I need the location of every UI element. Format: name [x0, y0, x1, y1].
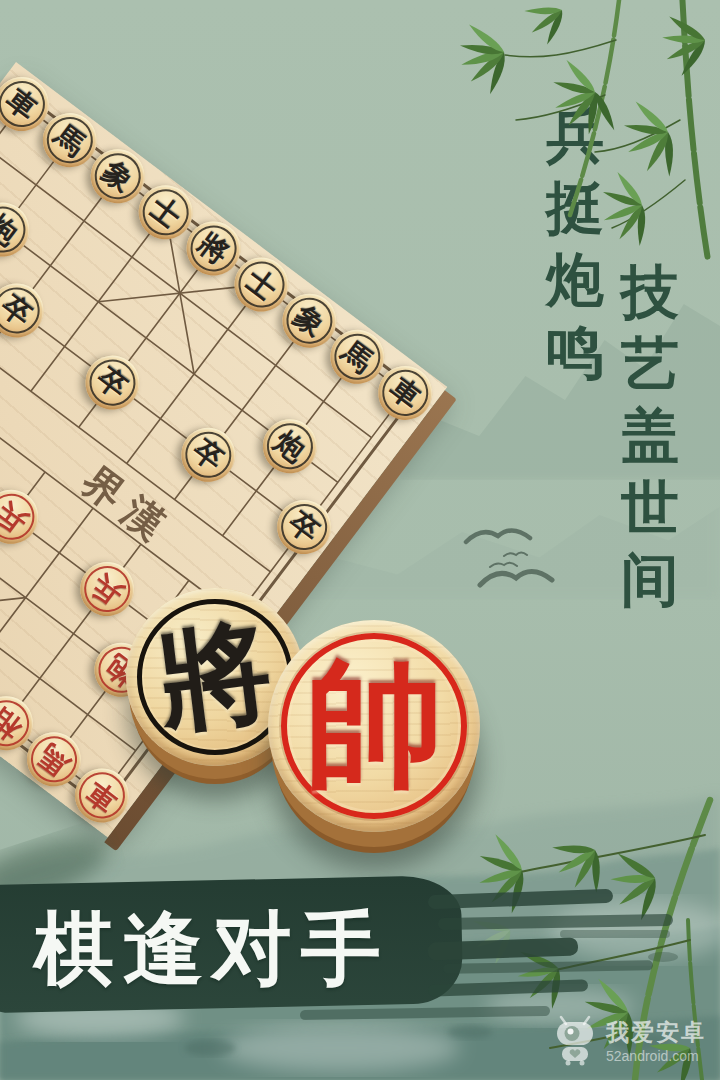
slogan-char: 艺 [621, 328, 679, 400]
brush-streak [560, 930, 670, 938]
watermark-texts: 我爱安卓 52android.com [606, 1017, 706, 1064]
slogan-char: 间 [621, 544, 679, 616]
slogan-char: 鸣 [546, 316, 604, 388]
ink-splatter [648, 952, 678, 962]
slogan-char: 技 [621, 256, 679, 328]
app-title: 棋逢对手 [34, 896, 390, 1004]
hero-piece-char: 帥 [305, 633, 443, 819]
slogan-char: 盖 [621, 400, 679, 472]
splash-screen: 河楚 界漢 車馬象士將士象馬車炮炮卒卒卒卒卒兵兵兵兵兵炮炮車馬相仕帥仕相馬車 [0, 0, 720, 1080]
bird-icon [480, 571, 552, 585]
bird-icon [504, 553, 527, 557]
mascot-robot-icon [552, 1014, 598, 1066]
watermark[interactable]: 我爱安卓 52android.com [552, 1014, 706, 1066]
bird-icon [490, 563, 517, 567]
hero-piece-red-marshal: 帥 [268, 620, 480, 832]
birds-group [452, 520, 582, 610]
watermark-site[interactable]: 52android.com [606, 1048, 706, 1064]
bird-icon [466, 530, 530, 542]
watermark-name: 我爱安卓 [606, 1017, 706, 1048]
slogan-column-2: 技艺盖世间 [621, 256, 679, 616]
bamboo-top-right [420, 0, 720, 260]
hero-piece-char: 將 [150, 595, 280, 759]
slogan-char: 世 [621, 472, 679, 544]
